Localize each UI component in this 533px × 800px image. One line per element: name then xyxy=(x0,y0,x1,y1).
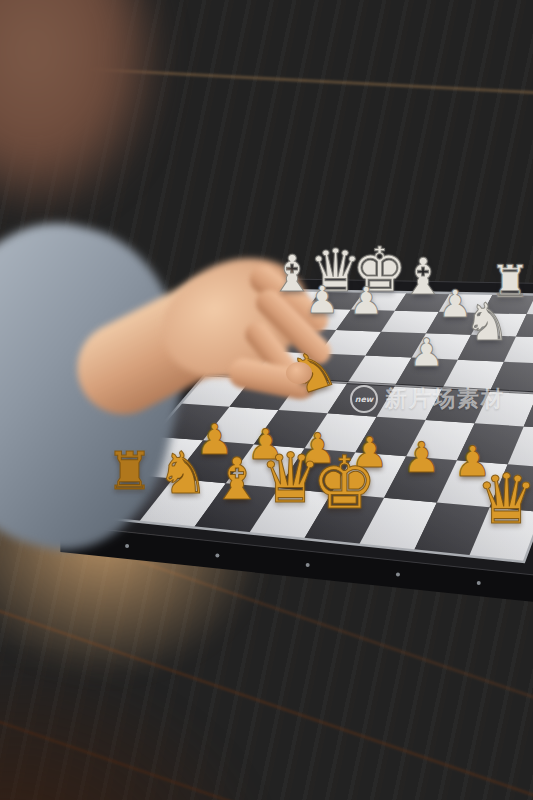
piece-gold-pawn-f2: ♟ xyxy=(396,437,447,479)
frame-screw xyxy=(396,573,400,577)
photo-chess-scene: ♝♛♚♝♜♟♟♟♞♟♟♟♟♟♟♟♜♞♝♛♚♛ ♞ new 新片场素材 xyxy=(0,0,533,800)
frame-screw xyxy=(215,554,219,558)
piece-gold-queen-h1: ♛ xyxy=(465,465,533,534)
piece-silver-pawn-c7: ♟ xyxy=(343,282,389,320)
frame-screw xyxy=(125,544,129,548)
board-clasp xyxy=(108,398,140,432)
chess-board xyxy=(0,0,533,800)
piece-silver-pawn-e5: ♟ xyxy=(403,333,450,372)
piece-gold-king-e1: ♚ xyxy=(301,446,388,519)
frame-screw xyxy=(477,581,481,585)
piece-silver-knight-f6: ♞ xyxy=(456,296,518,348)
piece-silver-pawn-b7: ♟ xyxy=(299,281,345,319)
frame-screw xyxy=(306,563,310,567)
